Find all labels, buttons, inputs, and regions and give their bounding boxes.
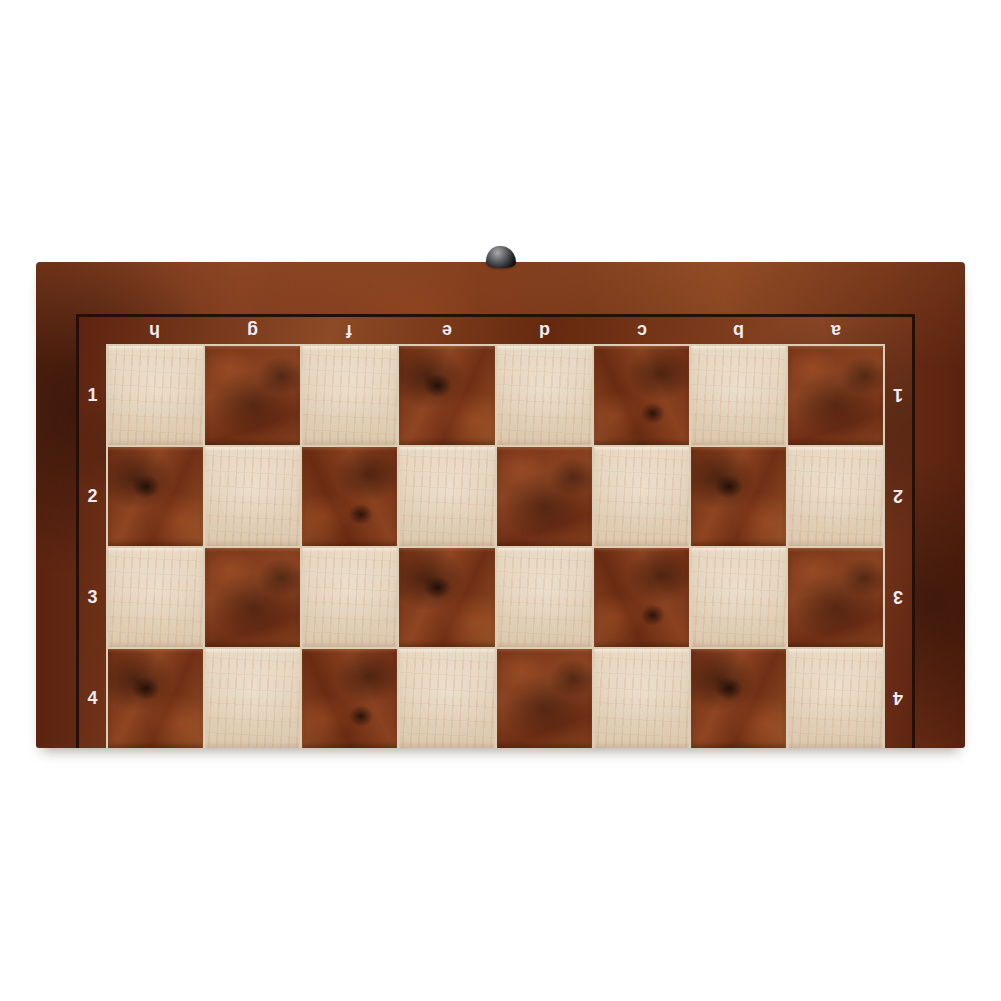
square-c2 [594,447,689,546]
board-label-band: hgfedcba 1234 1234 [76,314,915,748]
square-f3 [302,548,397,647]
square-e3 [399,548,494,647]
square-b2 [691,447,786,546]
square-g1 [205,346,300,445]
square-h1 [108,346,203,445]
square-b4 [691,649,786,748]
rank-labels-left: 1234 [79,344,106,748]
squares-grid [108,346,883,748]
file-label-h: h [149,322,160,340]
square-c3 [594,548,689,647]
square-a1 [788,346,883,445]
square-d4 [497,649,592,748]
square-g4 [205,649,300,748]
file-label-c: c [637,322,647,340]
rank-label-right-1: 1 [893,386,903,404]
band-corner-top-right [885,317,912,344]
square-e4 [399,649,494,748]
file-label-b: b [733,322,744,340]
square-d2 [497,447,592,546]
file-labels: hgfedcba [106,317,885,344]
rank-label-right-3: 3 [893,588,903,606]
square-g2 [205,447,300,546]
square-b1 [691,346,786,445]
square-f1 [302,346,397,445]
square-f2 [302,447,397,546]
square-d3 [497,548,592,647]
square-d1 [497,346,592,445]
rank-label-left-4: 4 [87,689,97,707]
playing-field [106,344,885,748]
rank-label-right-4: 4 [893,689,903,707]
square-c4 [594,649,689,748]
product-photo: hgfedcba 1234 1234 [0,0,1001,1001]
square-a4 [788,649,883,748]
file-label-f: f [346,322,352,340]
rank-label-right-2: 2 [893,487,903,505]
square-g3 [205,548,300,647]
square-h2 [108,447,203,546]
square-f4 [302,649,397,748]
square-b3 [691,548,786,647]
file-label-d: d [539,322,550,340]
file-label-a: a [831,322,841,340]
rank-label-left-1: 1 [87,386,97,404]
file-label-e: e [442,322,452,340]
square-a3 [788,548,883,647]
square-h3 [108,548,203,647]
chess-board: hgfedcba 1234 1234 [36,262,965,748]
rank-label-left-3: 3 [87,588,97,606]
band-corner-top-left [79,317,106,344]
latch-knob-icon [486,246,516,268]
file-label-g: g [247,322,258,340]
square-e2 [399,447,494,546]
rank-label-left-2: 2 [87,487,97,505]
square-c1 [594,346,689,445]
square-a2 [788,447,883,546]
square-h4 [108,649,203,748]
rank-labels-right: 1234 [885,344,912,748]
square-e1 [399,346,494,445]
